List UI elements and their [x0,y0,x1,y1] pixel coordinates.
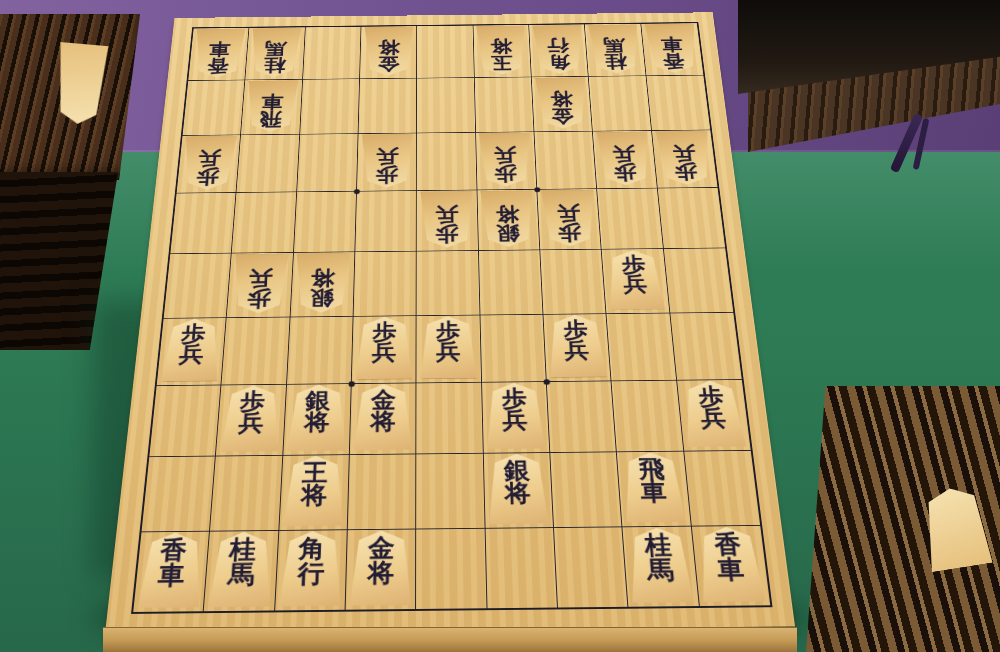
square-4-5[interactable] [479,251,544,316]
square-3-3[interactable] [534,132,597,190]
shogi-piece-sente[interactable]: 香車 [694,527,767,602]
shogi-piece-gote[interactable]: 角行 [531,25,585,74]
piece-kanji: 兵 [612,145,636,163]
shogi-piece-gote[interactable]: 飛車 [244,80,300,132]
square-7-3[interactable] [297,134,359,192]
square-1-8[interactable] [684,451,760,527]
piece-kanji: 車 [261,93,284,110]
shogi-piece-gote[interactable]: 香車 [643,24,701,73]
piece-kanji: 兵 [700,408,727,430]
square-7-4[interactable] [294,192,357,253]
piece-kanji: 兵 [372,342,397,363]
square-7-5[interactable]: 銀将 [290,252,355,317]
piece-kanji: 兵 [502,410,528,432]
piece-kanji: 車 [157,563,186,588]
piece-kanji: 兵 [623,274,648,294]
shogi-piece-sente[interactable]: 歩兵 [679,380,747,447]
piece-kanji: 角 [298,537,325,562]
square-5-7[interactable] [417,382,484,454]
square-5-5[interactable] [417,251,480,316]
square-9-5[interactable] [164,254,232,319]
shogi-piece-sente[interactable]: 歩兵 [604,250,666,310]
square-6-6[interactable]: 歩兵 [352,316,417,384]
hoshi-dot [534,187,540,192]
square-1-1[interactable]: 香車 [641,23,704,76]
square-4-4[interactable]: 銀将 [477,190,540,251]
piece-kanji: 金 [377,55,399,72]
piece-kanji: 馬 [646,558,675,583]
square-8-3[interactable] [237,135,300,193]
shogi-piece-sente[interactable]: 金将 [353,384,414,451]
shogi-piece-sente[interactable]: 香車 [136,532,206,608]
piece-kanji: 歩 [557,223,581,242]
shogi-piece-sente[interactable]: 歩兵 [354,316,413,379]
piece-kanji: 桂 [604,53,627,70]
piece-kanji: 兵 [178,344,204,365]
piece-kanji: 桂 [229,538,257,563]
square-2-9[interactable]: 桂馬 [623,526,700,606]
shogi-piece-gote[interactable]: 歩兵 [359,134,414,188]
shogi-piece-gote[interactable]: 歩兵 [179,136,238,190]
square-6-8[interactable] [348,454,417,530]
square-3-4[interactable]: 歩兵 [537,189,602,250]
piece-kanji: 将 [311,268,335,288]
square-7-9[interactable]: 角行 [275,530,348,610]
square-8-8[interactable] [210,456,283,532]
square-7-2[interactable] [300,79,360,135]
piece-kanji: 香 [661,52,684,69]
shogi-piece-gote[interactable]: 金将 [534,77,590,128]
square-1-9[interactable]: 香車 [691,526,770,606]
square-9-8[interactable] [141,456,216,532]
shogi-piece-sente[interactable]: 歩兵 [484,382,546,449]
piece-kanji: 玉 [491,54,513,71]
square-9-7[interactable] [149,385,221,457]
piece-kanji: 車 [640,481,668,505]
square-5-1[interactable] [417,26,474,79]
square-2-6[interactable] [607,313,677,381]
shogi-board: 香車桂馬金将玉将角行桂馬香車飛車金将歩兵歩兵歩兵歩兵歩兵歩兵銀将歩兵歩兵銀将歩兵… [105,12,795,633]
shogi-piece-sente[interactable]: 銀将 [286,384,348,451]
square-5-6[interactable]: 歩兵 [417,315,482,383]
shogi-piece-sente[interactable]: 歩兵 [546,314,608,377]
shogi-piece-gote[interactable]: 歩兵 [230,254,291,314]
square-8-5[interactable]: 歩兵 [227,253,294,318]
piece-kanji: 兵 [376,147,399,165]
piece-kanji: 飛 [260,110,283,127]
shogi-piece-sente[interactable]: 王将 [282,456,346,526]
square-5-4[interactable]: 歩兵 [417,191,479,252]
square-4-9[interactable] [485,528,558,608]
shogi-piece-gote[interactable]: 歩兵 [540,190,599,247]
square-4-6[interactable] [480,314,547,382]
shogi-piece-gote[interactable]: 香車 [191,28,247,77]
piece-kanji: 歩 [375,165,398,183]
piece-kanji: 馬 [265,40,287,56]
square-4-1[interactable]: 玉将 [473,25,532,78]
shogi-piece-sente[interactable]: 銀将 [486,454,550,524]
piece-kanji: 馬 [603,36,626,52]
square-6-7[interactable]: 金将 [350,383,417,455]
piece-kanji: 桂 [263,56,286,73]
square-2-7[interactable] [612,380,684,452]
piece-kanji: 将 [301,484,328,508]
square-3-2[interactable]: 金将 [532,77,593,133]
piece-kanji: 歩 [495,164,518,182]
piece-kanji: 歩 [613,163,637,181]
square-8-9[interactable]: 桂馬 [204,531,279,611]
piece-kanji: 歩 [435,224,458,243]
piece-kanji: 兵 [238,412,264,434]
square-9-3[interactable]: 歩兵 [177,135,242,193]
shogi-piece-sente[interactable]: 角行 [278,531,344,606]
piece-kanji: 行 [547,37,569,53]
piece-kanji: 兵 [564,340,590,361]
piece-kanji: 車 [660,36,683,52]
square-1-2[interactable] [646,76,710,131]
piece-kanji: 兵 [556,204,580,223]
square-5-8[interactable] [416,453,485,529]
shogi-piece-gote[interactable]: 玉将 [475,26,528,75]
piece-kanji: 香 [206,57,229,74]
square-5-3[interactable] [417,133,477,191]
square-3-9[interactable] [554,527,629,607]
square-9-6[interactable]: 歩兵 [157,318,227,386]
shogi-piece-sente[interactable]: 桂馬 [626,527,696,602]
piece-kanji: 将 [304,412,330,434]
square-4-3[interactable]: 歩兵 [476,132,538,190]
piece-kanji: 銀 [310,288,335,308]
square-1-5[interactable] [664,249,734,313]
square-3-7[interactable] [547,381,617,453]
square-5-2[interactable] [417,78,476,134]
square-3-5[interactable] [540,250,606,314]
shogi-piece-gote[interactable]: 銀将 [480,191,537,248]
piece-kanji: 桂 [644,533,672,558]
square-3-1[interactable]: 角行 [529,24,589,77]
square-6-1[interactable]: 金将 [360,26,417,79]
piece-kanji: 角 [548,53,571,70]
shogi-piece-gote[interactable]: 銀将 [293,253,352,313]
shogi-piece-gote[interactable]: 歩兵 [478,133,534,187]
piece-kanji: 銀 [496,223,520,242]
piece-kanji: 歩 [673,162,698,180]
board-grid: 香車桂馬金将玉将角行桂馬香車飛車金将歩兵歩兵歩兵歩兵歩兵歩兵銀将歩兵歩兵銀将歩兵… [131,22,772,614]
piece-kanji: 歩 [247,288,272,308]
square-8-2[interactable]: 飛車 [241,80,303,136]
square-9-4[interactable] [170,193,236,254]
square-1-3[interactable]: 歩兵 [652,130,718,188]
shogi-piece-gote[interactable]: 金将 [362,27,414,76]
square-4-8[interactable]: 銀将 [483,453,554,529]
shogi-piece-sente[interactable]: 歩兵 [219,385,283,452]
square-4-2[interactable] [474,77,534,133]
piece-kanji: 兵 [671,144,695,162]
square-7-1[interactable] [303,27,362,80]
board-front-face [103,627,797,652]
square-3-6[interactable]: 歩兵 [543,314,611,382]
shogi-piece-sente[interactable]: 桂馬 [207,532,275,608]
piece-kanji: 将 [496,205,520,224]
shogi-piece-gote[interactable]: 桂馬 [587,24,643,73]
square-8-6[interactable] [222,317,291,385]
piece-kanji: 将 [550,90,573,107]
piece-kanji: 将 [505,482,532,506]
square-7-8[interactable]: 王将 [279,455,350,531]
square-1-4[interactable] [657,188,725,249]
square-2-8[interactable]: 飛車 [617,451,691,527]
piece-kanji: 兵 [197,149,221,167]
piece-kanji: 将 [491,38,513,54]
piece-kanji: 兵 [435,205,458,224]
square-9-9[interactable]: 香車 [133,532,210,612]
square-2-4[interactable] [597,189,663,250]
square-5-9[interactable] [416,529,487,609]
shogi-piece-gote[interactable]: 桂馬 [248,28,302,77]
square-6-4[interactable] [355,191,417,252]
square-9-1[interactable]: 香車 [188,28,249,81]
piece-kanji: 馬 [227,562,255,587]
square-7-7[interactable]: 銀将 [283,384,352,456]
shogi-piece-gote[interactable]: 歩兵 [595,132,654,186]
square-8-4[interactable] [232,192,297,253]
piece-kanji: 香 [159,538,187,563]
square-2-5[interactable]: 歩兵 [602,249,670,313]
piece-kanji: 金 [551,107,574,124]
square-6-9[interactable]: 金将 [346,529,417,609]
square-6-3[interactable]: 歩兵 [357,133,417,191]
scene: 香車桂馬金将玉将角行桂馬香車飛車金将歩兵歩兵歩兵歩兵歩兵歩兵銀将歩兵歩兵銀将歩兵… [0,0,1000,652]
square-7-6[interactable] [287,316,354,384]
square-8-1[interactable]: 桂馬 [245,27,305,80]
piece-kanji: 兵 [436,341,461,362]
piece-kanji: 将 [370,411,395,433]
square-4-7[interactable]: 歩兵 [482,382,551,454]
hoshi-dot [543,379,550,385]
piece-kanji: 歩 [196,167,220,185]
piece-kanji: 兵 [494,146,517,164]
shogi-piece-sente[interactable]: 歩兵 [160,318,224,381]
shogi-piece-gote[interactable]: 歩兵 [654,131,715,185]
square-8-7[interactable]: 歩兵 [216,384,287,456]
piece-kanji: 車 [208,41,231,57]
piece-kanji: 将 [368,560,395,585]
square-9-2[interactable] [183,80,246,136]
square-3-8[interactable] [550,452,622,528]
square-2-1[interactable]: 桂馬 [585,24,646,77]
piece-kanji: 金 [368,536,395,561]
shogi-piece-sente[interactable]: 金将 [348,530,412,605]
piece-kanji: 香 [714,533,743,558]
square-1-7[interactable]: 歩兵 [677,380,751,452]
shogi-piece-sente[interactable]: 歩兵 [419,316,478,379]
square-6-2[interactable] [358,79,417,135]
piece-kanji: 兵 [248,269,273,289]
square-1-6[interactable] [670,312,742,380]
square-2-3[interactable]: 歩兵 [593,131,657,189]
piece-kanji: 将 [378,39,400,55]
piece-kanji: 車 [716,557,745,582]
shogi-piece-sente[interactable]: 飛車 [620,452,688,522]
square-2-2[interactable] [589,76,652,131]
shogi-piece-gote[interactable]: 歩兵 [419,191,475,248]
piece-kanji: 行 [297,561,324,586]
square-6-5[interactable] [354,252,417,317]
